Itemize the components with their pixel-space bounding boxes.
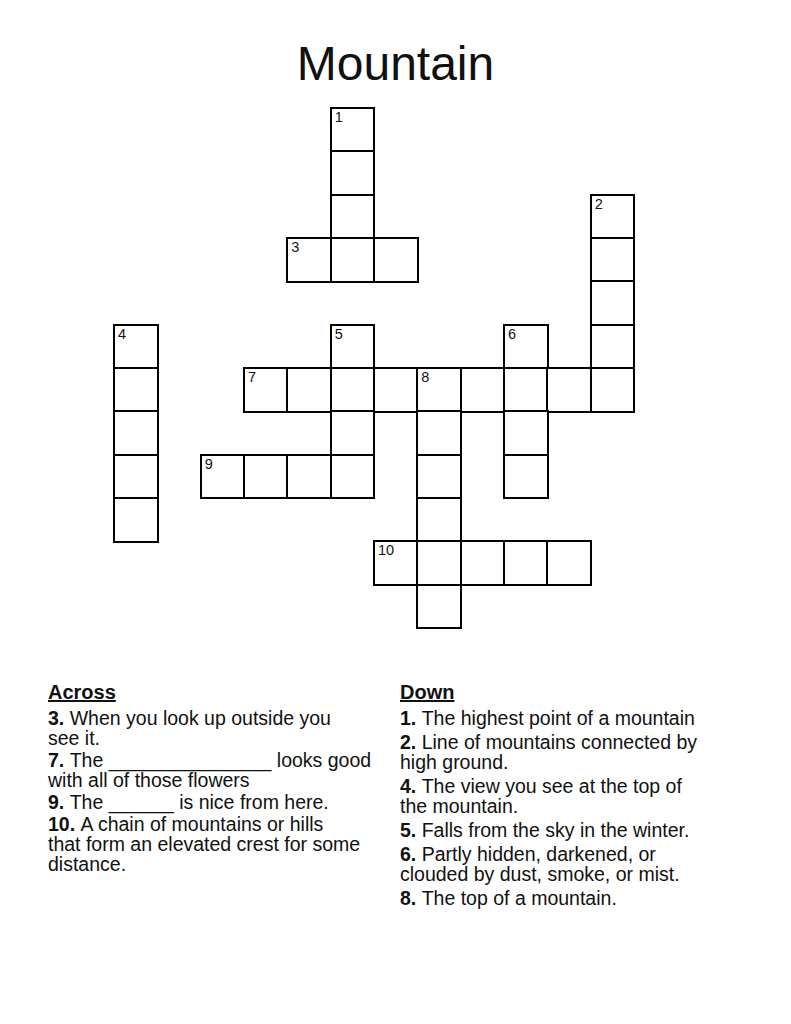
puzzle-title: Mountain xyxy=(0,36,791,91)
grid-cell-r8c2[interactable]: 9 xyxy=(200,454,246,500)
clue-number-label: 5. xyxy=(400,819,422,841)
grid-cell-r7c7[interactable] xyxy=(416,410,462,456)
clue-number-label: 9. xyxy=(48,791,70,813)
grid-cell-r9c7[interactable] xyxy=(416,497,462,543)
clue-number-label: 10. xyxy=(48,813,81,835)
grid-cell-r4c11[interactable] xyxy=(590,280,636,326)
grid-cell-r8c0[interactable] xyxy=(113,454,159,500)
clue-across-3: 3. When you look up outside you see it. xyxy=(48,708,396,748)
cell-number: 6 xyxy=(508,326,516,342)
grid-cell-r6c5[interactable] xyxy=(330,367,376,413)
clue-text: Partly hidden, darkened, or clouded by d… xyxy=(400,843,680,885)
clue-across-10: 10. A chain of mountains or hills that f… xyxy=(48,814,396,874)
grid-cell-r1c5[interactable] xyxy=(330,150,376,196)
across-clues-list: 3. When you look up outside you see it.7… xyxy=(48,708,396,874)
clue-down-5: 5. Falls from the sky in the winter. xyxy=(400,820,745,840)
grid-cell-r7c5[interactable] xyxy=(330,410,376,456)
grid-cell-r5c9[interactable]: 6 xyxy=(503,324,549,370)
grid-cell-r6c8[interactable] xyxy=(460,367,506,413)
clue-number-label: 4. xyxy=(400,775,422,797)
across-header: Across xyxy=(48,681,396,703)
grid-cell-r6c4[interactable] xyxy=(286,367,332,413)
cell-number: 1 xyxy=(335,109,343,125)
clue-down-1: 1. The highest point of a mountain xyxy=(400,708,745,728)
grid-cell-r6c10[interactable] xyxy=(546,367,592,413)
grid-cell-r6c9[interactable] xyxy=(503,367,549,413)
grid-cell-r5c11[interactable] xyxy=(590,324,636,370)
clue-down-8: 8. The top of a mountain. xyxy=(400,888,745,908)
grid-cell-r5c0[interactable]: 4 xyxy=(113,324,159,370)
grid-cell-r3c11[interactable] xyxy=(590,237,636,283)
grid-cell-r6c7[interactable]: 8 xyxy=(416,367,462,413)
clue-text: When you look up outside you see it. xyxy=(48,707,331,749)
clue-across-9: 9. The ______ is nice from here. xyxy=(48,792,396,812)
grid-cell-r2c5[interactable] xyxy=(330,194,376,240)
cell-number: 4 xyxy=(118,326,126,342)
grid-cell-r10c9[interactable] xyxy=(503,540,549,586)
cell-number: 5 xyxy=(335,326,343,342)
grid-cell-r7c9[interactable] xyxy=(503,410,549,456)
clue-text: The view you see at the top of the mount… xyxy=(400,775,682,817)
down-header: Down xyxy=(400,681,745,703)
crossword-page: Mountain 12345678910 Across 3. When you … xyxy=(0,0,791,1024)
grid-cell-r11c7[interactable] xyxy=(416,584,462,630)
cell-number: 3 xyxy=(291,239,299,255)
clue-number-label: 2. xyxy=(400,731,422,753)
grid-cell-r8c3[interactable] xyxy=(243,454,289,500)
down-clues-section: Down 1. The highest point of a mountain2… xyxy=(400,681,745,912)
clue-number-label: 1. xyxy=(400,707,422,729)
clue-down-2: 2. Line of mountains connected by high g… xyxy=(400,732,745,772)
grid-cell-r0c5[interactable]: 1 xyxy=(330,107,376,153)
grid-cell-r10c10[interactable] xyxy=(546,540,592,586)
clue-text: The highest point of a mountain xyxy=(422,707,695,729)
clue-text: The _______________ looks good with all … xyxy=(48,749,371,791)
grid-cell-r10c7[interactable] xyxy=(416,540,462,586)
grid-cell-r6c6[interactable] xyxy=(373,367,419,413)
grid-cell-r10c6[interactable]: 10 xyxy=(373,540,419,586)
cell-number: 8 xyxy=(421,369,429,385)
grid-cell-r6c3[interactable]: 7 xyxy=(243,367,289,413)
clue-number-label: 7. xyxy=(48,749,70,771)
clue-down-4: 4. The view you see at the top of the mo… xyxy=(400,776,745,816)
clue-text: The ______ is nice from here. xyxy=(70,791,329,813)
cell-number: 2 xyxy=(595,196,603,212)
cell-number: 10 xyxy=(378,542,394,558)
grid-cell-r3c5[interactable] xyxy=(330,237,376,283)
cell-number: 7 xyxy=(248,369,256,385)
grid-cell-r3c4[interactable]: 3 xyxy=(286,237,332,283)
clue-text: Falls from the sky in the winter. xyxy=(422,819,690,841)
cell-number: 9 xyxy=(205,456,213,472)
grid-cell-r8c4[interactable] xyxy=(286,454,332,500)
clue-text: Line of mountains connected by high grou… xyxy=(400,731,697,773)
across-clues-section: Across 3. When you look up outside you s… xyxy=(48,681,396,876)
grid-cell-r8c5[interactable] xyxy=(330,454,376,500)
clue-text: A chain of mountains or hills that form … xyxy=(48,813,360,875)
clue-down-6: 6. Partly hidden, darkened, or clouded b… xyxy=(400,844,745,884)
crossword-grid: 12345678910 xyxy=(113,107,637,631)
grid-cell-r5c5[interactable]: 5 xyxy=(330,324,376,370)
clue-number-label: 8. xyxy=(400,887,422,909)
grid-cell-r6c0[interactable] xyxy=(113,367,159,413)
grid-cell-r6c11[interactable] xyxy=(590,367,636,413)
grid-cell-r3c6[interactable] xyxy=(373,237,419,283)
grid-cell-r7c0[interactable] xyxy=(113,410,159,456)
clue-text: The top of a mountain. xyxy=(422,887,617,909)
grid-cell-r9c0[interactable] xyxy=(113,497,159,543)
grid-cell-r8c9[interactable] xyxy=(503,454,549,500)
grid-cell-r10c8[interactable] xyxy=(460,540,506,586)
grid-cell-r8c7[interactable] xyxy=(416,454,462,500)
down-clues-list: 1. The highest point of a mountain2. Lin… xyxy=(400,708,745,908)
clue-across-7: 7. The _______________ looks good with a… xyxy=(48,750,396,790)
clue-number-label: 3. xyxy=(48,707,70,729)
clue-number-label: 6. xyxy=(400,843,422,865)
grid-cell-r2c11[interactable]: 2 xyxy=(590,194,636,240)
